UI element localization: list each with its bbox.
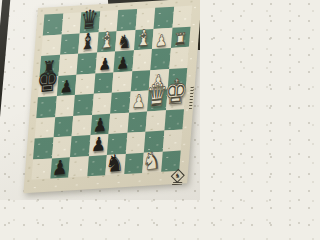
square-e1 [167,67,187,89]
square-e8 [38,75,58,97]
square-e2 [149,69,169,91]
square-c5 [90,113,110,135]
square-g7 [60,33,80,55]
square-e7 [56,74,76,96]
chess-board: ♛♝♜♚♟♟♞♟♟♟♟♞♝♝♟♜♟♟♛♚♞ ♞ [23,0,200,193]
square-c1 [164,109,184,131]
square-e4 [112,71,132,93]
square-f5 [95,51,115,73]
square-h6 [80,11,100,33]
square-c7 [53,116,73,138]
square-f4 [113,50,133,72]
square-b8 [33,137,53,159]
square-c4 [109,112,129,134]
square-f7 [58,54,78,76]
square-b5 [88,134,108,156]
board-brand-logo: ♞ [170,170,185,184]
square-b4 [107,133,127,155]
square-c3 [127,111,147,133]
square-f1 [169,47,189,69]
square-e3 [130,70,150,92]
square-a7 [50,157,70,179]
square-a2 [142,151,162,173]
square-h3 [135,8,155,30]
square-g6 [78,32,98,54]
square-f3 [132,49,152,71]
square-d7 [55,95,75,117]
square-a5 [87,155,107,177]
square-f6 [76,53,96,75]
square-e5 [93,72,113,94]
square-h8 [43,13,63,35]
square-d3 [129,90,149,112]
square-b1 [162,129,182,151]
square-c2 [145,110,165,132]
square-d4 [110,92,130,114]
square-h1 [172,6,192,28]
square-h5 [98,10,118,32]
square-c6 [72,114,92,136]
square-d5 [92,93,112,115]
square-b6 [70,135,90,157]
logo-diamond: ♞ [171,169,185,183]
board-edge-print [189,87,193,109]
square-h2 [154,7,174,29]
square-h7 [61,12,81,34]
square-d6 [73,94,93,116]
square-d1 [166,88,186,110]
square-a4 [105,153,125,175]
square-b7 [52,136,72,158]
square-b2 [144,131,164,153]
square-g3 [134,28,154,50]
square-f8 [40,55,60,77]
square-g2 [152,27,172,49]
logo-knight-icon: ♞ [175,173,181,179]
square-a3 [124,152,144,174]
square-c8 [35,117,55,139]
table-edge-dark-strip-left [0,0,11,126]
square-g5 [97,31,117,53]
square-d8 [36,96,56,118]
square-g8 [41,34,61,56]
square-e6 [75,73,95,95]
board-grid: ♛♝♜♚♟♟♞♟♟♟♟♞♝♝♟♜♟♟♛♚♞ [31,6,192,180]
square-h4 [117,9,137,31]
square-g4 [115,30,135,52]
square-g1 [170,26,190,48]
square-a8 [31,158,51,180]
square-a6 [68,156,88,178]
photo-chess-scene: { "game": "chess", "scene_description": … [0,0,200,200]
square-f2 [150,48,170,70]
square-b3 [125,132,145,154]
square-d2 [147,89,167,111]
